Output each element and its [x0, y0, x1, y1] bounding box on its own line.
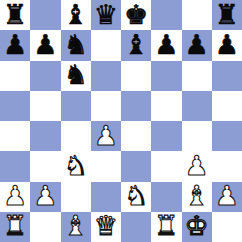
square-h6[interactable] [212, 61, 242, 91]
square-f6[interactable] [151, 61, 181, 91]
square-d6[interactable] [91, 61, 121, 91]
square-f5[interactable] [151, 91, 181, 121]
white-rook-on-a1: ♜ [3, 212, 27, 239]
square-d4[interactable]: ♟ [91, 121, 121, 151]
square-b7[interactable]: ♟ [30, 30, 60, 60]
square-b1[interactable] [30, 212, 60, 242]
square-c5[interactable] [61, 91, 91, 121]
white-pawn-on-h2: ♟ [215, 182, 239, 209]
chess-board: ♜♝♛♚♜♟♟♞♝♟♟♟♞♟♞♟♟♟♞♝♟♜♝♛♜♚ [0, 0, 242, 242]
white-knight-on-c3: ♞ [64, 152, 88, 179]
white-queen-on-d1: ♛ [94, 212, 118, 239]
square-g6[interactable] [182, 61, 212, 91]
black-queen-on-d8: ♛ [94, 1, 118, 28]
black-rook-on-a8: ♜ [3, 1, 27, 28]
square-g8[interactable] [182, 0, 212, 30]
black-knight-on-c6: ♞ [64, 61, 88, 88]
square-h1[interactable] [212, 212, 242, 242]
black-bishop-on-e7: ♝ [124, 31, 148, 58]
square-e4[interactable] [121, 121, 151, 151]
square-h3[interactable] [212, 151, 242, 181]
square-g5[interactable] [182, 91, 212, 121]
square-e3[interactable] [121, 151, 151, 181]
square-e7[interactable]: ♝ [121, 30, 151, 60]
square-e5[interactable] [121, 91, 151, 121]
square-c6[interactable]: ♞ [61, 61, 91, 91]
square-c8[interactable]: ♝ [61, 0, 91, 30]
square-a7[interactable]: ♟ [0, 30, 30, 60]
white-pawn-on-a2: ♟ [3, 182, 27, 209]
white-bishop-on-c1: ♝ [64, 212, 88, 239]
black-king-on-e8: ♚ [124, 1, 148, 28]
square-c3[interactable]: ♞ [61, 151, 91, 181]
square-b4[interactable] [30, 121, 60, 151]
square-a2[interactable]: ♟ [0, 182, 30, 212]
black-pawn-on-a7: ♟ [3, 31, 27, 58]
square-a5[interactable] [0, 91, 30, 121]
square-d8[interactable]: ♛ [91, 0, 121, 30]
white-pawn-on-b2: ♟ [33, 182, 57, 209]
square-g2[interactable]: ♝ [182, 182, 212, 212]
square-f8[interactable] [151, 0, 181, 30]
square-g1[interactable]: ♚ [182, 212, 212, 242]
black-pawn-on-h7: ♟ [215, 31, 239, 58]
square-h5[interactable] [212, 91, 242, 121]
square-e6[interactable] [121, 61, 151, 91]
square-c2[interactable] [61, 182, 91, 212]
square-b3[interactable] [30, 151, 60, 181]
square-e1[interactable] [121, 212, 151, 242]
white-rook-on-f1: ♜ [154, 212, 178, 239]
square-h4[interactable] [212, 121, 242, 151]
white-bishop-on-g2: ♝ [185, 182, 209, 209]
square-g7[interactable]: ♟ [182, 30, 212, 60]
square-h8[interactable]: ♜ [212, 0, 242, 30]
white-pawn-on-g3: ♟ [185, 152, 209, 179]
square-c4[interactable] [61, 121, 91, 151]
white-knight-on-e2: ♞ [124, 182, 148, 209]
square-d5[interactable] [91, 91, 121, 121]
white-pawn-on-d4: ♟ [94, 122, 118, 149]
square-a6[interactable] [0, 61, 30, 91]
square-d1[interactable]: ♛ [91, 212, 121, 242]
square-a8[interactable]: ♜ [0, 0, 30, 30]
square-f2[interactable] [151, 182, 181, 212]
square-f7[interactable]: ♟ [151, 30, 181, 60]
square-c1[interactable]: ♝ [61, 212, 91, 242]
white-king-on-g1: ♚ [185, 212, 209, 239]
square-e2[interactable]: ♞ [121, 182, 151, 212]
square-h7[interactable]: ♟ [212, 30, 242, 60]
square-a3[interactable] [0, 151, 30, 181]
square-a1[interactable]: ♜ [0, 212, 30, 242]
square-d7[interactable] [91, 30, 121, 60]
square-g3[interactable]: ♟ [182, 151, 212, 181]
square-c7[interactable]: ♞ [61, 30, 91, 60]
square-h2[interactable]: ♟ [212, 182, 242, 212]
square-d3[interactable] [91, 151, 121, 181]
black-pawn-on-g7: ♟ [185, 31, 209, 58]
black-pawn-on-f7: ♟ [154, 31, 178, 58]
square-b5[interactable] [30, 91, 60, 121]
square-b6[interactable] [30, 61, 60, 91]
square-f3[interactable] [151, 151, 181, 181]
square-b2[interactable]: ♟ [30, 182, 60, 212]
square-b8[interactable] [30, 0, 60, 30]
square-d2[interactable] [91, 182, 121, 212]
black-rook-on-h8: ♜ [215, 1, 239, 28]
black-pawn-on-b7: ♟ [33, 31, 57, 58]
square-a4[interactable] [0, 121, 30, 151]
black-knight-on-c7: ♞ [64, 31, 88, 58]
square-g4[interactable] [182, 121, 212, 151]
black-bishop-on-c8: ♝ [64, 1, 88, 28]
square-e8[interactable]: ♚ [121, 0, 151, 30]
square-f1[interactable]: ♜ [151, 212, 181, 242]
square-f4[interactable] [151, 121, 181, 151]
